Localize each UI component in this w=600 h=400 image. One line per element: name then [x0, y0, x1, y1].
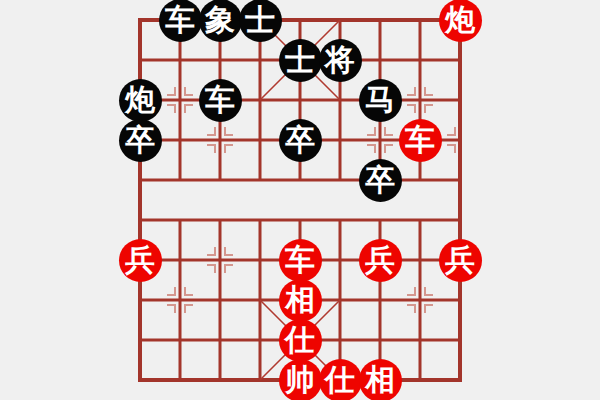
board-point-f3[interactable]	[320, 240, 360, 280]
red-cannon[interactable]: 炮	[439, 0, 482, 42]
board-point-g4[interactable]	[360, 200, 400, 240]
black-soldier[interactable]: 卒	[359, 159, 402, 202]
board-point-c9[interactable]: 象	[200, 0, 240, 40]
board-point-d9[interactable]: 士	[240, 0, 280, 40]
board-point-e2[interactable]: 相	[280, 280, 320, 320]
board-point-a6[interactable]: 卒	[120, 120, 160, 160]
board-point-e5[interactable]	[280, 160, 320, 200]
board-point-f8[interactable]: 将	[320, 40, 360, 80]
board-point-c6[interactable]	[200, 120, 240, 160]
board-point-c0[interactable]	[200, 360, 240, 400]
board-point-e0[interactable]: 帅	[280, 360, 320, 400]
board-point-f5[interactable]	[320, 160, 360, 200]
black-chariot[interactable]: 车	[159, 0, 202, 42]
black-chariot[interactable]: 车	[199, 79, 242, 122]
red-advisor[interactable]: 仕	[279, 319, 322, 362]
board-point-b1[interactable]	[160, 320, 200, 360]
board-point-a8[interactable]	[120, 40, 160, 80]
board-point-b6[interactable]	[160, 120, 200, 160]
board-point-i3[interactable]: 兵	[440, 240, 480, 280]
board-point-g9[interactable]	[360, 0, 400, 40]
board-point-e6[interactable]: 卒	[280, 120, 320, 160]
board-point-f6[interactable]	[320, 120, 360, 160]
black-soldier[interactable]: 卒	[119, 119, 162, 162]
board-point-g7[interactable]: 马	[360, 80, 400, 120]
red-elephant[interactable]: 相	[279, 279, 322, 322]
black-advisor[interactable]: 士	[239, 0, 282, 42]
board-point-a4[interactable]	[120, 200, 160, 240]
red-soldier[interactable]: 兵	[359, 239, 402, 282]
board-point-b3[interactable]	[160, 240, 200, 280]
board-point-f0[interactable]: 仕	[320, 360, 360, 400]
board-point-d5[interactable]	[240, 160, 280, 200]
board-point-a9[interactable]	[120, 0, 160, 40]
board-point-e1[interactable]: 仕	[280, 320, 320, 360]
board-point-e4[interactable]	[280, 200, 320, 240]
board-point-g3[interactable]: 兵	[360, 240, 400, 280]
board-point-h7[interactable]	[400, 80, 440, 120]
black-soldier[interactable]: 卒	[279, 119, 322, 162]
red-elephant[interactable]: 相	[359, 359, 402, 400]
board-point-g1[interactable]	[360, 320, 400, 360]
board-point-d4[interactable]	[240, 200, 280, 240]
board-point-e9[interactable]	[280, 0, 320, 40]
board-point-g6[interactable]	[360, 120, 400, 160]
board-point-i0[interactable]	[440, 360, 480, 400]
board-point-a7[interactable]: 炮	[120, 80, 160, 120]
board-point-i5[interactable]	[440, 160, 480, 200]
board-point-h8[interactable]	[400, 40, 440, 80]
board-point-b0[interactable]	[160, 360, 200, 400]
board-point-c3[interactable]	[200, 240, 240, 280]
board-point-d6[interactable]	[240, 120, 280, 160]
board-point-i4[interactable]	[440, 200, 480, 240]
board-point-f7[interactable]	[320, 80, 360, 120]
board-point-h4[interactable]	[400, 200, 440, 240]
board-grid: 车象士炮士将炮车马卒卒车卒兵车兵兵相仕帅仕相	[120, 0, 480, 400]
board-point-i1[interactable]	[440, 320, 480, 360]
black-cannon[interactable]: 炮	[119, 79, 162, 122]
board-point-g5[interactable]: 卒	[360, 160, 400, 200]
board-point-e7[interactable]	[280, 80, 320, 120]
board-point-e3[interactable]: 车	[280, 240, 320, 280]
red-general[interactable]: 帅	[279, 359, 322, 400]
red-chariot[interactable]: 车	[279, 239, 322, 282]
board-point-d2[interactable]	[240, 280, 280, 320]
board-point-c2[interactable]	[200, 280, 240, 320]
board-point-h2[interactable]	[400, 280, 440, 320]
board-point-b8[interactable]	[160, 40, 200, 80]
board-point-b7[interactable]	[160, 80, 200, 120]
board-point-c4[interactable]	[200, 200, 240, 240]
board-point-d7[interactable]	[240, 80, 280, 120]
board-point-i9[interactable]: 炮	[440, 0, 480, 40]
red-soldier[interactable]: 兵	[119, 239, 162, 282]
board-point-f2[interactable]	[320, 280, 360, 320]
board-point-h0[interactable]	[400, 360, 440, 400]
red-soldier[interactable]: 兵	[439, 239, 482, 282]
board-point-f9[interactable]	[320, 0, 360, 40]
board-point-i6[interactable]	[440, 120, 480, 160]
board-point-f4[interactable]	[320, 200, 360, 240]
board-point-h5[interactable]	[400, 160, 440, 200]
red-advisor[interactable]: 仕	[319, 359, 362, 400]
board-point-d3[interactable]	[240, 240, 280, 280]
board-point-a1[interactable]	[120, 320, 160, 360]
board-point-g0[interactable]: 相	[360, 360, 400, 400]
board-point-a3[interactable]: 兵	[120, 240, 160, 280]
board-point-a0[interactable]	[120, 360, 160, 400]
board-point-c5[interactable]	[200, 160, 240, 200]
black-elephant[interactable]: 象	[199, 0, 242, 42]
board-point-i7[interactable]	[440, 80, 480, 120]
board-point-g2[interactable]	[360, 280, 400, 320]
board-point-h1[interactable]	[400, 320, 440, 360]
board-point-c7[interactable]: 车	[200, 80, 240, 120]
board-point-c1[interactable]	[200, 320, 240, 360]
xiangqi-board-screen: 车象士炮士将炮车马卒卒车卒兵车兵兵相仕帅仕相	[0, 0, 600, 400]
board-point-g8[interactable]	[360, 40, 400, 80]
board-point-a5[interactable]	[120, 160, 160, 200]
board-point-i2[interactable]	[440, 280, 480, 320]
board-point-b2[interactable]	[160, 280, 200, 320]
board-point-b4[interactable]	[160, 200, 200, 240]
red-chariot[interactable]: 车	[399, 119, 442, 162]
board-point-d1[interactable]	[240, 320, 280, 360]
board-point-a2[interactable]	[120, 280, 160, 320]
board-point-h9[interactable]	[400, 0, 440, 40]
board-point-d0[interactable]	[240, 360, 280, 400]
board-point-c8[interactable]	[200, 40, 240, 80]
board-point-f1[interactable]	[320, 320, 360, 360]
black-general[interactable]: 将	[319, 39, 362, 82]
board-point-b9[interactable]: 车	[160, 0, 200, 40]
black-horse[interactable]: 马	[359, 79, 402, 122]
board-point-d8[interactable]	[240, 40, 280, 80]
board-point-h3[interactable]	[400, 240, 440, 280]
black-advisor[interactable]: 士	[279, 39, 322, 82]
board-point-h6[interactable]: 车	[400, 120, 440, 160]
board-point-e8[interactable]: 士	[280, 40, 320, 80]
board-point-b5[interactable]	[160, 160, 200, 200]
board-point-i8[interactable]	[440, 40, 480, 80]
